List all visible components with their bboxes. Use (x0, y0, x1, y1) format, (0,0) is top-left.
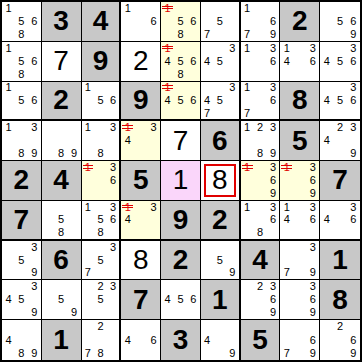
candidate-grid: 57 (201, 2, 239, 41)
candidate: 9 (267, 28, 280, 41)
candidate: 1 (241, 2, 254, 15)
cell-r7c5[interactable]: 2 (161, 241, 201, 281)
candidate: 4 (280, 55, 293, 68)
candidate: 5 (55, 213, 68, 226)
candidate-grid: 379 (280, 241, 319, 280)
given-digit: 2 (201, 201, 239, 239)
candidate: 7 (241, 28, 254, 41)
candidate: 2 (254, 121, 267, 134)
candidate: 9 (347, 147, 360, 160)
candidate-grid: 235 (82, 280, 120, 319)
cell-r4c1[interactable]: 1389 (2, 121, 42, 161)
candidate-grid: 136 (241, 42, 280, 81)
candidate: 7 (241, 107, 254, 120)
cell-r7c1[interactable]: 359 (2, 241, 42, 281)
candidate: 3 (267, 82, 280, 95)
candidate-grid: 1369 (280, 161, 319, 200)
candidate-grid: 156 (82, 82, 120, 120)
candidate: 5 (333, 55, 346, 68)
eliminated-candidate: 1 (161, 82, 174, 95)
candidate: 3 (306, 161, 319, 174)
candidate: 2 (94, 280, 107, 293)
cell-r4c2[interactable]: 89 (42, 121, 82, 161)
cell-r3c8[interactable]: 8 (280, 82, 320, 122)
candidate: 8 (94, 347, 107, 360)
cell-r6c8[interactable]: 1346 (280, 201, 320, 241)
candidate: 3 (347, 201, 360, 214)
candidate: 5 (15, 55, 28, 68)
candidate: 1 (82, 201, 95, 214)
cell-r2c7[interactable]: 136 (241, 42, 281, 82)
given-digit: 8 (320, 280, 360, 319)
cell-r2c8[interactable]: 1346 (280, 42, 320, 82)
candidate: 6 (267, 94, 280, 107)
eliminated-candidate: 1 (121, 201, 134, 214)
cell-r9c6[interactable]: 49 (201, 320, 241, 360)
candidate: 2 (333, 320, 346, 333)
candidate: 8 (15, 28, 28, 41)
candidate: 3 (306, 280, 319, 293)
candidate: 3 (267, 201, 280, 214)
candidate: 4 (161, 55, 174, 68)
cell-r7c6[interactable]: 59 (201, 241, 241, 281)
eliminated-candidate: 1 (280, 161, 293, 174)
solved-digit: 7 (42, 42, 81, 81)
candidate: 1 (121, 2, 134, 15)
candidate: 5 (174, 94, 187, 107)
candidate: 5 (174, 293, 187, 306)
candidate: 6 (306, 174, 319, 187)
candidate: 6 (187, 55, 200, 68)
candidate: 6 (306, 293, 319, 306)
cell-r1c4[interactable]: 16 (121, 2, 161, 42)
given-digit: 3 (42, 2, 81, 41)
eliminated-candidate: 1 (161, 2, 174, 15)
eliminated-candidate: 1 (82, 161, 95, 174)
cell-r9c8[interactable]: 679 (280, 320, 320, 360)
candidate: 2 (333, 121, 346, 134)
cell-r7c4[interactable]: 8 (121, 241, 161, 281)
cell-r1c5[interactable]: 1568 (161, 2, 201, 42)
candidate: 5 (213, 15, 226, 28)
candidate: 8 (254, 147, 267, 160)
cell-r8c6[interactable]: 1 (201, 280, 241, 320)
given-digit: 7 (320, 161, 360, 200)
candidate: 3 (267, 42, 280, 55)
cell-r7c3[interactable]: 357 (82, 241, 122, 281)
candidate: 8 (15, 147, 28, 160)
candidate: 6 (147, 15, 160, 28)
candidate: 3 (107, 201, 120, 214)
candidate: 3 (306, 201, 319, 214)
candidate: 5 (94, 254, 107, 267)
candidate: 6 (267, 55, 280, 68)
given-digit: 8 (280, 82, 319, 120)
candidate-grid: 59 (42, 280, 81, 319)
candidate: 9 (68, 306, 81, 319)
candidate: 7 (201, 28, 214, 41)
candidate: 5 (55, 293, 68, 306)
candidate: 9 (28, 147, 41, 160)
cell-r2c3[interactable]: 9 (82, 42, 122, 82)
given-digit: 3 (161, 320, 200, 360)
candidate: 6 (187, 94, 200, 107)
candidate: 3 (107, 241, 120, 254)
candidate: 3 (306, 42, 319, 55)
candidate: 8 (55, 147, 68, 160)
candidate-grid: 58 (42, 201, 81, 239)
candidate: 4 (161, 94, 174, 107)
candidate: 3 (267, 161, 280, 174)
candidate: 6 (107, 213, 120, 226)
candidate: 1 (280, 42, 293, 55)
cell-r1c2[interactable]: 3 (42, 2, 82, 42)
eliminated-candidate: 1 (121, 121, 134, 134)
cell-r3c7[interactable]: 1367 (241, 82, 281, 122)
cell-r2c6[interactable]: 345 (201, 42, 241, 82)
candidate: 8 (94, 147, 107, 160)
cell-r9c4[interactable]: 46 (121, 320, 161, 360)
cell-r5c7[interactable]: 1369 (241, 161, 281, 201)
cell-r8c9[interactable]: 8 (320, 280, 360, 320)
given-digit: 9 (161, 201, 200, 239)
candidate-grid: 3456 (320, 82, 360, 120)
cell-r6c4[interactable]: 134 (121, 201, 161, 241)
cell-r3c4[interactable]: 9 (121, 82, 161, 122)
cell-r3c1[interactable]: 156 (2, 82, 42, 122)
candidate-grid: 278 (82, 320, 120, 360)
candidate: 1 (82, 82, 95, 95)
candidate: 3 (147, 121, 160, 134)
candidate: 3 (107, 280, 120, 293)
cell-r6c7[interactable]: 1368 (241, 201, 281, 241)
cell-r5c6[interactable]: 8 (201, 161, 241, 201)
candidate: 9 (306, 347, 319, 360)
candidate: 1 (241, 121, 254, 134)
cell-r5c4[interactable]: 5 (121, 161, 161, 201)
candidate-grid: 1389 (2, 121, 41, 160)
cell-r2c5[interactable]: 14568 (161, 42, 201, 82)
candidate: 5 (15, 293, 28, 306)
cell-r1c8[interactable]: 2 (280, 2, 320, 42)
cell-r6c9[interactable]: 346 (320, 201, 360, 241)
candidate: 3 (107, 161, 120, 174)
cell-r5c2[interactable]: 4 (42, 161, 82, 201)
candidate-grid: 679 (280, 320, 319, 360)
candidate-grid: 1456 (161, 82, 200, 120)
cell-r4c9[interactable]: 2349 (320, 121, 360, 161)
candidate: 9 (226, 267, 239, 280)
solved-digit: 2 (121, 42, 160, 81)
candidate: 6 (306, 333, 319, 346)
candidate-grid: 345 (201, 42, 239, 81)
candidate-grid: 1367 (241, 82, 280, 120)
cell-r9c9[interactable]: 269 (320, 320, 360, 360)
candidate-grid: 134 (121, 201, 160, 239)
candidate: 6 (107, 174, 120, 187)
cell-r2c2[interactable]: 7 (42, 42, 82, 82)
candidate: 6 (187, 15, 200, 28)
candidate: 9 (267, 187, 280, 200)
candidate: 6 (28, 55, 41, 68)
cell-r4c6[interactable]: 6 (201, 121, 241, 161)
given-digit: 2 (161, 241, 200, 280)
cell-r4c7[interactable]: 12389 (241, 121, 281, 161)
candidate: 7 (201, 107, 214, 120)
candidate: 6 (28, 15, 41, 28)
eliminated-candidate: 1 (241, 161, 254, 174)
candidate: 3 (306, 241, 319, 254)
eliminated-candidate: 1 (161, 42, 174, 55)
candidate: 9 (306, 306, 319, 319)
given-digit: 1 (320, 241, 360, 280)
candidate: 6 (147, 333, 160, 346)
cell-r3c2[interactable]: 2 (42, 82, 82, 122)
candidate: 6 (347, 15, 360, 28)
candidate: 1 (241, 82, 254, 95)
candidate: 8 (174, 68, 187, 81)
cell-r8c1[interactable]: 3459 (2, 280, 42, 320)
cell-r8c8[interactable]: 369 (280, 280, 320, 320)
candidate: 6 (28, 94, 41, 107)
candidate: 5 (94, 213, 107, 226)
candidate: 6 (347, 333, 360, 346)
candidate-grid: 1369 (241, 161, 280, 200)
candidate: 8 (15, 68, 28, 81)
given-digit: 7 (121, 280, 160, 319)
solved-digit: 8 (201, 161, 239, 200)
cell-r6c6[interactable]: 2 (201, 201, 241, 241)
candidate: 4 (121, 333, 134, 346)
cell-r3c6[interactable]: 3457 (201, 82, 241, 122)
candidate: 6 (267, 15, 280, 28)
candidate-grid: 1346 (280, 42, 319, 81)
candidate-grid: 13568 (82, 201, 120, 239)
candidate: 6 (306, 55, 319, 68)
candidate: 7 (82, 347, 95, 360)
candidate: 8 (15, 347, 28, 360)
candidate-grid: 1368 (241, 201, 280, 239)
candidate-grid: 359 (2, 241, 41, 280)
given-digit: 1 (42, 320, 81, 360)
candidate-grid: 357 (82, 241, 120, 280)
candidate-grid: 49 (201, 320, 239, 360)
cell-r8c3[interactable]: 235 (82, 280, 122, 320)
cell-r1c6[interactable]: 57 (201, 2, 241, 42)
cell-r9c2[interactable]: 1 (42, 320, 82, 360)
cell-r8c7[interactable]: 2369 (241, 280, 281, 320)
candidate-grid: 269 (320, 320, 360, 360)
candidate: 4 (320, 55, 333, 68)
candidate: 5 (213, 254, 226, 267)
candidate-grid: 456 (161, 280, 200, 319)
candidate: 3 (226, 82, 239, 95)
candidate-grid: 3456 (320, 42, 360, 81)
cell-r7c7[interactable]: 4 (241, 241, 281, 281)
candidate: 9 (267, 147, 280, 160)
candidate: 9 (306, 187, 319, 200)
candidate: 5 (94, 293, 107, 306)
candidate: 6 (187, 293, 200, 306)
cell-r1c1[interactable]: 1568 (2, 2, 42, 42)
candidate: 6 (267, 213, 280, 226)
cell-r5c1[interactable]: 2 (2, 161, 42, 201)
cell-r4c4[interactable]: 134 (121, 121, 161, 161)
candidate: 4 (2, 333, 15, 346)
candidate: 1 (2, 82, 15, 95)
candidate: 6 (306, 213, 319, 226)
candidate-grid: 569 (320, 2, 360, 41)
candidate: 1 (2, 121, 15, 134)
candidate-grid: 369 (280, 280, 319, 319)
candidate-grid: 138 (82, 121, 120, 160)
given-digit: 2 (2, 161, 41, 200)
candidate: 9 (28, 347, 41, 360)
cell-r8c2[interactable]: 59 (42, 280, 82, 320)
cell-r2c4[interactable]: 2 (121, 42, 161, 82)
candidate: 6 (347, 213, 360, 226)
candidate: 4 (2, 293, 15, 306)
candidate: 8 (254, 226, 267, 239)
candidate: 9 (347, 347, 360, 360)
candidate-grid: 3459 (2, 280, 41, 319)
candidate-grid: 12389 (241, 121, 280, 160)
candidate: 4 (280, 213, 293, 226)
candidate: 1 (82, 121, 95, 134)
candidate: 3 (347, 42, 360, 55)
candidate: 3 (107, 121, 120, 134)
candidate: 5 (94, 94, 107, 107)
candidate-grid: 16 (121, 2, 160, 41)
candidate: 4 (121, 134, 134, 147)
cell-r9c5[interactable]: 3 (161, 320, 201, 360)
given-digit: 9 (121, 82, 160, 120)
cell-r3c5[interactable]: 1456 (161, 82, 201, 122)
candidate: 8 (55, 226, 68, 239)
given-digit: 2 (42, 82, 81, 120)
candidate: 5 (174, 15, 187, 28)
candidate: 1 (2, 2, 15, 15)
cell-r7c2[interactable]: 6 (42, 241, 82, 281)
candidate: 3 (28, 121, 41, 134)
candidate: 4 (121, 213, 134, 226)
candidate: 9 (306, 267, 319, 280)
candidate: 2 (254, 280, 267, 293)
cell-r1c9[interactable]: 569 (320, 2, 360, 42)
cell-r1c7[interactable]: 1679 (241, 2, 281, 42)
solved-digit: 8 (121, 241, 160, 280)
given-digit: 5 (241, 320, 280, 360)
candidate: 9 (28, 306, 41, 319)
cell-r1c3[interactable]: 4 (82, 2, 122, 42)
solved-digit: 1 (161, 161, 200, 200)
candidate: 6 (347, 55, 360, 68)
cell-r6c3[interactable]: 13568 (82, 201, 122, 241)
candidate: 5 (213, 94, 226, 107)
given-digit: 6 (201, 121, 239, 160)
candidate-grid: 1568 (2, 42, 41, 81)
cell-r4c5[interactable]: 7 (161, 121, 201, 161)
candidate: 1 (280, 201, 293, 214)
candidate: 7 (280, 267, 293, 280)
candidate: 9 (347, 28, 360, 41)
candidate: 4 (201, 333, 214, 346)
candidate-grid: 134 (121, 121, 160, 160)
candidate: 6 (267, 293, 280, 306)
candidate-grid: 2349 (320, 121, 360, 160)
cell-r3c3[interactable]: 156 (82, 82, 122, 122)
candidate: 4 (201, 55, 214, 68)
candidate-grid: 156 (2, 82, 41, 120)
candidate: 4 (201, 94, 214, 107)
candidate: 7 (82, 267, 95, 280)
given-digit: 1 (201, 280, 239, 319)
given-digit: 4 (82, 2, 120, 41)
cell-r9c1[interactable]: 489 (2, 320, 42, 360)
cell-r2c9[interactable]: 3456 (320, 42, 360, 82)
cell-r9c3[interactable]: 278 (82, 320, 122, 360)
candidate: 5 (333, 15, 346, 28)
given-digit: 7 (2, 201, 41, 239)
candidate-grid: 1568 (161, 2, 200, 41)
cell-r5c5[interactable]: 1 (161, 161, 201, 201)
cell-r5c9[interactable]: 7 (320, 161, 360, 201)
candidate: 4 (320, 134, 333, 147)
candidate: 5 (174, 55, 187, 68)
cell-r4c3[interactable]: 138 (82, 121, 122, 161)
given-digit: 5 (121, 161, 160, 200)
cell-r5c3[interactable]: 136 (82, 161, 122, 201)
cell-r2c1[interactable]: 1568 (2, 42, 42, 82)
cell-r8c5[interactable]: 456 (161, 280, 201, 320)
candidate-grid: 1346 (280, 201, 319, 239)
cell-r3c9[interactable]: 3456 (320, 82, 360, 122)
candidate: 3 (28, 241, 41, 254)
candidate-grid: 1568 (2, 2, 41, 41)
candidate-grid: 89 (42, 121, 81, 160)
candidate: 5 (333, 94, 346, 107)
candidate: 9 (28, 267, 41, 280)
cell-r5c8[interactable]: 1369 (280, 161, 320, 201)
candidate-grid: 136 (82, 161, 120, 200)
candidate: 3 (28, 280, 41, 293)
given-digit: 4 (241, 241, 280, 280)
cell-r7c9[interactable]: 1 (320, 241, 360, 281)
sudoku-board: 1568341615685716792569156879214568345136… (0, 0, 362, 362)
candidate: 3 (267, 121, 280, 134)
candidate: 9 (68, 147, 81, 160)
candidate-grid: 346 (320, 201, 360, 239)
given-digit: 2 (280, 2, 319, 41)
candidate: 2 (94, 320, 107, 333)
candidate-grid: 59 (201, 241, 239, 280)
cell-r6c2[interactable]: 58 (42, 201, 82, 241)
cell-r4c8[interactable]: 5 (280, 121, 320, 161)
given-digit: 5 (280, 121, 319, 160)
candidate: 4 (161, 293, 174, 306)
candidate: 4 (320, 213, 333, 226)
cell-r9c7[interactable]: 5 (241, 320, 281, 360)
candidate: 5 (213, 55, 226, 68)
candidate: 1 (241, 201, 254, 214)
candidate: 3 (267, 280, 280, 293)
solved-digit: 7 (161, 121, 200, 160)
cell-r7c8[interactable]: 379 (280, 241, 320, 281)
cell-r6c5[interactable]: 9 (161, 201, 201, 241)
cell-r6c1[interactable]: 7 (2, 201, 42, 241)
cell-r8c4[interactable]: 7 (121, 280, 161, 320)
candidate: 9 (226, 347, 239, 360)
